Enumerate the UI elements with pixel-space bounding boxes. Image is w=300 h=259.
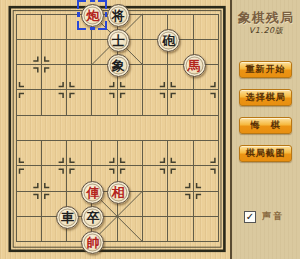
piece-black-elephant[interactable]: 象 — [107, 54, 130, 77]
restart-button[interactable]: 重新开始 — [239, 61, 292, 78]
select-game-button[interactable]: 选择棋局 — [239, 89, 292, 106]
sound-toggle[interactable]: ✓ 声音 — [244, 210, 284, 223]
piece-black-soldier[interactable]: 卒 — [81, 206, 104, 229]
sound-checkbox[interactable]: ✓ — [244, 211, 256, 223]
screenshot-button[interactable]: 棋局截图 — [239, 145, 292, 162]
side-panel: 象棋残局 V1.20版 重新开始 选择棋局 悔 棋 棋局截图 ✓ 声音 — [232, 0, 300, 259]
piece-red-elephant[interactable]: 相 — [107, 181, 130, 204]
piece-red-horse[interactable]: 馬 — [183, 54, 206, 77]
piece-black-advisor[interactable]: 士 — [107, 29, 130, 52]
app-window: 炮将士砲象馬俥相車卒帥 象棋残局 V1.20版 重新开始 选择棋局 悔 棋 棋局… — [0, 0, 300, 259]
xiangqi-board[interactable]: 炮将士砲象馬俥相車卒帥 — [0, 0, 230, 259]
piece-red-general[interactable]: 帥 — [81, 231, 104, 254]
piece-black-cannon[interactable]: 砲 — [157, 29, 180, 52]
piece-red-cannon[interactable]: 炮 — [81, 4, 104, 27]
pieces-layer: 炮将士砲象馬俥相車卒帥 — [0, 0, 230, 259]
piece-red-chariot[interactable]: 俥 — [81, 181, 104, 204]
selection-marker — [77, 0, 107, 30]
piece-black-general[interactable]: 将 — [107, 4, 130, 27]
piece-black-chariot[interactable]: 車 — [56, 206, 79, 229]
undo-move-button[interactable]: 悔 棋 — [239, 117, 292, 134]
sound-label: 声音 — [262, 210, 284, 223]
app-version: V1.20版 — [232, 25, 300, 36]
